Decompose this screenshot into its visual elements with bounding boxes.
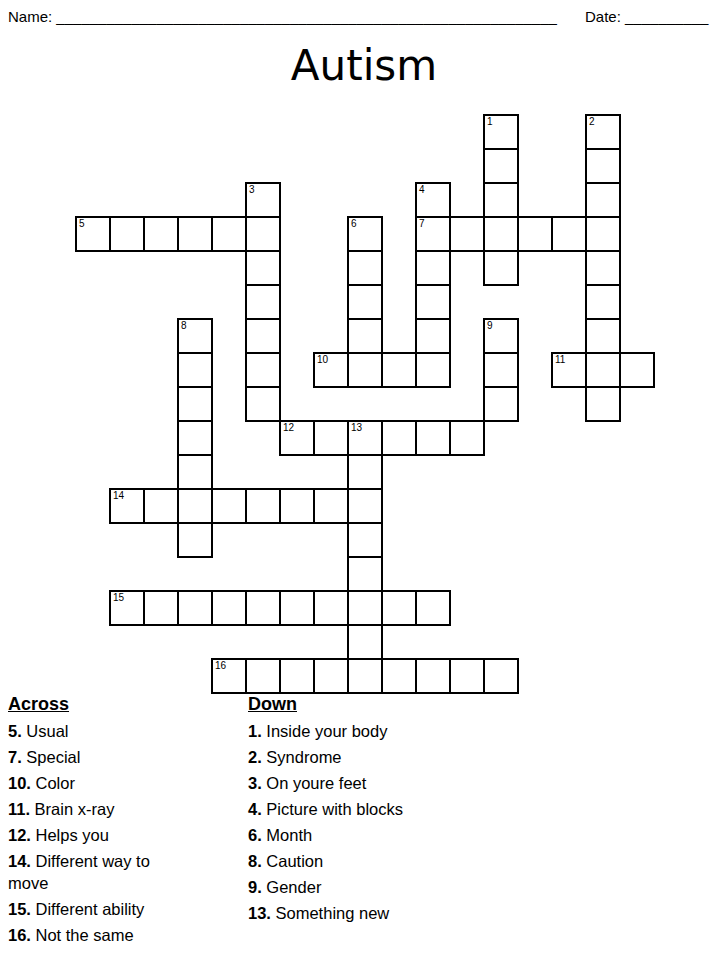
clue-item: 8. Caution (248, 851, 508, 873)
clue-number: 1. (248, 722, 262, 740)
grid-cell[interactable] (279, 590, 315, 626)
grid-cell[interactable]: 10 (313, 352, 349, 388)
clue-text: Color (31, 774, 75, 792)
clue-item: 16. Not the same (8, 925, 194, 947)
grid-cell[interactable] (245, 216, 281, 252)
grid-cell[interactable] (585, 250, 621, 286)
grid-cell[interactable] (313, 590, 349, 626)
grid-cell[interactable] (483, 386, 519, 422)
cell-number: 12 (283, 422, 294, 433)
clue-number: 2. (248, 748, 262, 766)
across-clue-list: 5. Usual7. Special10. Color11. Brain x-r… (8, 721, 194, 946)
grid-cell[interactable]: 6 (347, 216, 383, 252)
grid-cell[interactable] (483, 250, 519, 286)
grid-cell[interactable] (245, 352, 281, 388)
down-clues-section: Down 1. Inside your body2. Syndrome3. On… (248, 694, 508, 929)
clue-text: Picture with blocks (262, 800, 403, 818)
grid-cell[interactable] (415, 318, 451, 354)
grid-cell[interactable] (245, 284, 281, 320)
clue-text: Syndrome (262, 748, 342, 766)
grid-cell[interactable] (143, 488, 179, 524)
grid-cell[interactable] (347, 488, 383, 524)
grid-cell[interactable] (585, 148, 621, 184)
crossword-grid: 12345678910111213141516 (75, 114, 657, 696)
grid-cell[interactable]: 16 (211, 658, 247, 694)
grid-cell[interactable]: 8 (177, 318, 213, 354)
clue-text: Different ability (31, 900, 144, 918)
grid-cell[interactable] (177, 488, 213, 524)
clue-item: 10. Color (8, 773, 194, 795)
clue-item: 9. Gender (248, 877, 508, 899)
grid-cell[interactable] (177, 386, 213, 422)
grid-cell[interactable] (245, 590, 281, 626)
clue-number: 3. (248, 774, 262, 792)
name-label: Name: (8, 8, 52, 25)
clue-item: 1. Inside your body (248, 721, 508, 743)
clue-number: 13. (248, 904, 271, 922)
grid-cell[interactable]: 12 (279, 420, 315, 456)
grid-cell[interactable] (517, 216, 553, 252)
clue-item: 4. Picture with blocks (248, 799, 508, 821)
clue-text: Caution (262, 852, 323, 870)
grid-cell[interactable] (381, 420, 417, 456)
grid-cell[interactable] (245, 488, 281, 524)
clue-item: 11. Brain x-ray (8, 799, 194, 821)
clue-item: 12. Helps you (8, 825, 194, 847)
grid-cell[interactable] (415, 590, 451, 626)
clue-item: 3. On youre feet (248, 773, 508, 795)
clue-item: 7. Special (8, 747, 194, 769)
clue-item: 15. Different ability (8, 899, 194, 921)
grid-cell[interactable]: 13 (347, 420, 383, 456)
clue-number: 12. (8, 826, 31, 844)
grid-cell[interactable] (619, 352, 655, 388)
grid-cell[interactable] (347, 658, 383, 694)
grid-cell[interactable] (483, 352, 519, 388)
cell-number: 7 (419, 218, 425, 229)
across-heading: Across (8, 694, 194, 714)
grid-cell[interactable]: 11 (551, 352, 587, 388)
grid-cell[interactable] (483, 182, 519, 218)
date-label: Date: (585, 8, 621, 25)
cell-number: 15 (113, 592, 124, 603)
grid-cell[interactable] (143, 590, 179, 626)
clue-number: 5. (8, 722, 22, 740)
clue-item: 5. Usual (8, 721, 194, 743)
date-field: Date: __________ (585, 7, 720, 26)
clue-number: 9. (248, 878, 262, 896)
clue-number: 7. (8, 748, 22, 766)
grid-cell[interactable] (109, 216, 145, 252)
clue-number: 14. (8, 852, 31, 870)
clue-number: 16. (8, 926, 31, 944)
clue-number: 4. (248, 800, 262, 818)
grid-cell[interactable] (483, 216, 519, 252)
grid-cell[interactable]: 3 (245, 182, 281, 218)
grid-cell[interactable]: 4 (415, 182, 451, 218)
grid-cell[interactable] (585, 318, 621, 354)
grid-cell[interactable] (211, 216, 247, 252)
down-clue-list: 1. Inside your body2. Syndrome3. On your… (248, 721, 508, 925)
clue-item: 6. Month (248, 825, 508, 847)
grid-cell[interactable] (279, 658, 315, 694)
cell-number: 10 (317, 354, 328, 365)
grid-cell[interactable] (585, 352, 621, 388)
across-clues-section: Across 5. Usual7. Special10. Color11. Br… (8, 694, 194, 951)
clue-text: Not the same (31, 926, 134, 944)
worksheet-page: { "game": "crossword", "title": "Autism"… (0, 0, 728, 966)
grid-cell[interactable] (381, 590, 417, 626)
grid-cell[interactable]: 5 (75, 216, 111, 252)
grid-cell[interactable] (177, 352, 213, 388)
clue-text: Brain x-ray (30, 800, 114, 818)
clue-item: 2. Syndrome (248, 747, 508, 769)
clue-text: Inside your body (262, 722, 388, 740)
clue-text: Something new (271, 904, 389, 922)
grid-cell[interactable] (585, 216, 621, 252)
grid-cell[interactable]: 9 (483, 318, 519, 354)
grid-cell[interactable] (177, 216, 213, 252)
grid-cell[interactable] (245, 386, 281, 422)
grid-cell[interactable]: 14 (109, 488, 145, 524)
grid-cell[interactable] (415, 420, 451, 456)
grid-cell[interactable] (245, 250, 281, 286)
cell-number: 4 (419, 184, 425, 195)
clue-number: 6. (248, 826, 262, 844)
grid-cell[interactable] (177, 522, 213, 558)
grid-cell[interactable]: 2 (585, 114, 621, 150)
clue-text: Helps you (31, 826, 109, 844)
grid-cell[interactable] (449, 658, 485, 694)
cell-number: 3 (249, 184, 255, 195)
grid-cell[interactable] (177, 420, 213, 456)
clue-text: Month (262, 826, 312, 844)
grid-cell[interactable] (347, 590, 383, 626)
cell-number: 9 (487, 320, 493, 331)
grid-cell[interactable] (347, 250, 383, 286)
grid-cell[interactable] (483, 148, 519, 184)
grid-cell[interactable] (211, 488, 247, 524)
grid-cell[interactable] (347, 352, 383, 388)
clue-text: Usual (22, 722, 69, 740)
grid-cell[interactable] (483, 658, 519, 694)
clue-number: 10. (8, 774, 31, 792)
cell-number: 5 (79, 218, 85, 229)
grid-cell[interactable]: 15 (109, 590, 145, 626)
grid-cell[interactable] (177, 454, 213, 490)
cell-number: 11 (555, 354, 565, 365)
grid-cell[interactable] (415, 352, 451, 388)
grid-cell[interactable] (211, 590, 247, 626)
down-heading: Down (248, 694, 508, 714)
grid-cell[interactable] (347, 522, 383, 558)
cell-number: 1 (487, 116, 493, 127)
clue-item: 13. Something new (248, 903, 508, 925)
clue-text: On youre feet (262, 774, 367, 792)
grid-cell[interactable] (347, 318, 383, 354)
grid-cell[interactable] (381, 658, 417, 694)
grid-cell[interactable] (585, 386, 621, 422)
clue-number: 15. (8, 900, 31, 918)
clue-text: Special (22, 748, 81, 766)
grid-cell[interactable] (347, 556, 383, 592)
grid-cell[interactable] (551, 216, 587, 252)
name-field: Name: __________________________________… (8, 7, 578, 26)
grid-cell[interactable] (143, 216, 179, 252)
grid-cell[interactable] (415, 658, 451, 694)
grid-cell[interactable] (347, 454, 383, 490)
grid-cell[interactable] (585, 182, 621, 218)
clue-number: 11. (8, 800, 30, 818)
grid-cell[interactable] (415, 284, 451, 320)
grid-cell[interactable] (245, 658, 281, 694)
name-blank-line[interactable]: ________________________________________… (56, 8, 557, 25)
grid-cell[interactable] (585, 284, 621, 320)
grid-cell[interactable] (381, 352, 417, 388)
cell-number: 6 (351, 218, 357, 229)
grid-cell[interactable] (415, 250, 451, 286)
grid-cell[interactable] (449, 216, 485, 252)
date-blank-line[interactable]: __________ (625, 8, 708, 25)
page-title: Autism (0, 42, 728, 90)
cell-number: 2 (589, 116, 595, 127)
grid-cell[interactable] (245, 318, 281, 354)
clue-text: Gender (262, 878, 322, 896)
clue-item: 14. Different way to move (8, 851, 194, 894)
grid-cell[interactable] (347, 624, 383, 660)
grid-cell[interactable] (313, 488, 349, 524)
grid-cell[interactable] (279, 488, 315, 524)
cell-number: 16 (215, 660, 226, 671)
grid-cell[interactable] (313, 658, 349, 694)
grid-cell[interactable] (347, 284, 383, 320)
grid-cell[interactable] (449, 420, 485, 456)
grid-cell[interactable] (177, 590, 213, 626)
grid-cell[interactable]: 7 (415, 216, 451, 252)
cell-number: 14 (113, 490, 124, 501)
cell-number: 13 (351, 422, 362, 433)
cell-number: 8 (181, 320, 187, 331)
grid-cell[interactable] (313, 420, 349, 456)
clue-number: 8. (248, 852, 262, 870)
grid-cell[interactable]: 1 (483, 114, 519, 150)
